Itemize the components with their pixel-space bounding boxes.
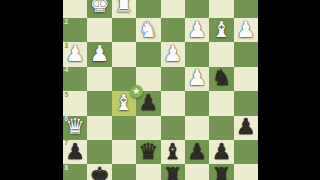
square-f6[interactable] (112, 116, 136, 140)
chess-board[interactable]: ★ 1♚♜2♞♟♝♟3♟♟♟4♟♞5♝♟6♛♟7♟♛♝♟♟8♚♜♜ (63, 0, 258, 180)
square-f1[interactable]: ♜ (112, 0, 136, 18)
square-g7[interactable] (87, 140, 111, 164)
square-g8[interactable]: ♚ (87, 164, 111, 180)
square-f7[interactable] (112, 140, 136, 164)
square-c8[interactable] (185, 164, 209, 180)
piece-black-bishop[interactable]: ♝ (161, 140, 185, 164)
square-a2[interactable]: ♟ (234, 18, 258, 42)
square-g1[interactable]: ♚ (87, 0, 111, 18)
piece-black-pawn[interactable]: ♟ (234, 116, 258, 140)
square-c4[interactable]: ♟ (185, 67, 209, 91)
square-h7[interactable]: 7♟ (63, 140, 87, 164)
square-f2[interactable] (112, 18, 136, 42)
square-b7[interactable]: ♟ (209, 140, 233, 164)
square-a1[interactable] (234, 0, 258, 18)
square-d3[interactable]: ♟ (161, 42, 185, 66)
square-a7[interactable] (234, 140, 258, 164)
square-c5[interactable] (185, 91, 209, 115)
square-a3[interactable] (234, 42, 258, 66)
square-e3[interactable] (136, 42, 160, 66)
square-g5[interactable] (87, 91, 111, 115)
square-h8[interactable]: 8 (63, 164, 87, 180)
rank-label-8: 8 (65, 165, 69, 172)
square-h3[interactable]: 3♟ (63, 42, 87, 66)
rank-label-5: 5 (65, 92, 69, 99)
square-d8[interactable]: ♜ (161, 164, 185, 180)
piece-white-bishop[interactable]: ♝ (209, 18, 233, 42)
square-b3[interactable] (209, 42, 233, 66)
square-c1[interactable] (185, 0, 209, 18)
square-d5[interactable] (161, 91, 185, 115)
rank-label-3: 3 (65, 43, 69, 50)
square-b2[interactable]: ♝ (209, 18, 233, 42)
piece-white-knight[interactable]: ♞ (136, 18, 160, 42)
chess-app-screenshot: ★ 1♚♜2♞♟♝♟3♟♟♟4♟♞5♝♟6♛♟7♟♛♝♟♟8♚♜♜ (0, 0, 320, 180)
piece-black-pawn[interactable]: ♟ (185, 140, 209, 164)
square-a5[interactable] (234, 91, 258, 115)
piece-black-king[interactable]: ♚ (87, 164, 111, 180)
square-b6[interactable] (209, 116, 233, 140)
square-b5[interactable] (209, 91, 233, 115)
square-a8[interactable] (234, 164, 258, 180)
square-e6[interactable] (136, 116, 160, 140)
square-a6[interactable]: ♟ (234, 116, 258, 140)
square-h1[interactable]: 1 (63, 0, 87, 18)
square-a4[interactable] (234, 67, 258, 91)
square-d6[interactable] (161, 116, 185, 140)
square-c7[interactable]: ♟ (185, 140, 209, 164)
piece-white-pawn[interactable]: ♟ (161, 42, 185, 66)
square-d7[interactable]: ♝ (161, 140, 185, 164)
square-h5[interactable]: 5 (63, 91, 87, 115)
square-e8[interactable] (136, 164, 160, 180)
best-move-star-badge: ★ (130, 85, 143, 98)
piece-black-queen[interactable]: ♛ (136, 140, 160, 164)
square-e1[interactable] (136, 0, 160, 18)
square-c2[interactable]: ♟ (185, 18, 209, 42)
rank-label-4: 4 (65, 67, 69, 74)
square-h4[interactable]: 4 (63, 67, 87, 91)
piece-white-rook[interactable]: ♜ (112, 0, 136, 18)
square-f3[interactable] (112, 42, 136, 66)
piece-black-rook[interactable]: ♜ (161, 164, 185, 180)
piece-white-pawn[interactable]: ♟ (185, 67, 209, 91)
square-c6[interactable] (185, 116, 209, 140)
square-b4[interactable]: ♞ (209, 67, 233, 91)
square-e7[interactable]: ♛ (136, 140, 160, 164)
piece-black-pawn[interactable]: ♟ (209, 140, 233, 164)
square-g2[interactable] (87, 18, 111, 42)
rank-label-1: 1 (65, 0, 69, 1)
rank-label-6: 6 (65, 116, 69, 123)
square-d4[interactable] (161, 67, 185, 91)
square-b1[interactable] (209, 0, 233, 18)
square-g6[interactable] (87, 116, 111, 140)
piece-white-pawn[interactable]: ♟ (234, 18, 258, 42)
rank-label-2: 2 (65, 19, 69, 26)
piece-black-knight[interactable]: ♞ (209, 67, 233, 91)
piece-white-king[interactable]: ♚ (87, 0, 111, 18)
square-d2[interactable] (161, 18, 185, 42)
square-g3[interactable]: ♟ (87, 42, 111, 66)
square-b8[interactable]: ♜ (209, 164, 233, 180)
square-f8[interactable] (112, 164, 136, 180)
square-h2[interactable]: 2 (63, 18, 87, 42)
piece-white-pawn[interactable]: ♟ (185, 18, 209, 42)
square-d1[interactable] (161, 0, 185, 18)
star-icon: ★ (132, 86, 140, 95)
rank-label-7: 7 (65, 140, 69, 147)
piece-white-pawn[interactable]: ♟ (87, 42, 111, 66)
piece-black-rook[interactable]: ♜ (209, 164, 233, 180)
square-c3[interactable] (185, 42, 209, 66)
square-g4[interactable] (87, 67, 111, 91)
square-h6[interactable]: 6♛ (63, 116, 87, 140)
square-e2[interactable]: ♞ (136, 18, 160, 42)
